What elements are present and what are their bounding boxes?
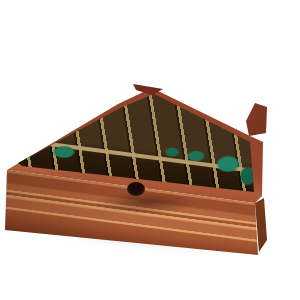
square[interactable] (83, 106, 103, 116)
finger-notch (127, 182, 145, 196)
square[interactable] (64, 113, 83, 123)
square[interactable] (74, 110, 93, 120)
chess-set-photo (0, 0, 300, 300)
